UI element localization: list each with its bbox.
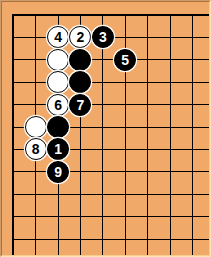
move-number-label: 3 <box>99 30 107 44</box>
stone-black-1: 1 <box>47 138 69 160</box>
go-board: 423567819 <box>2 2 209 255</box>
move-number-label: 7 <box>77 98 85 112</box>
move-number-label: 6 <box>54 98 62 112</box>
move-number-label: 2 <box>77 30 85 44</box>
go-diagram-frame: 423567819 <box>0 0 211 257</box>
move-number-label: 9 <box>54 165 62 179</box>
stone-grid: 423567819 <box>2 4 209 250</box>
stone-black-3: 3 <box>92 26 114 48</box>
stone-black-5: 5 <box>114 49 136 71</box>
move-number-label: 8 <box>32 142 40 156</box>
move-number-label: 4 <box>54 30 62 44</box>
stone-white-plain <box>47 49 69 71</box>
move-number-label: 5 <box>121 53 129 67</box>
stone-white-plain <box>25 116 47 138</box>
stone-white-4: 4 <box>47 26 69 48</box>
move-number-label: 1 <box>54 142 62 156</box>
stone-black-plain <box>69 49 91 71</box>
stone-black-plain <box>47 116 69 138</box>
stone-black-plain <box>69 71 91 93</box>
stone-white-2: 2 <box>69 26 91 48</box>
go-diagram-frame-inner: 423567819 <box>1 1 210 256</box>
stone-black-9: 9 <box>47 161 69 183</box>
stone-white-8: 8 <box>25 138 47 160</box>
stone-black-7: 7 <box>69 94 91 116</box>
stone-white-6: 6 <box>47 94 69 116</box>
stone-white-plain <box>47 71 69 93</box>
